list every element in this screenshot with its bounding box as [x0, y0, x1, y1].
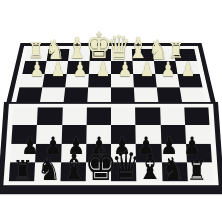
piece-white-pawn-e2[interactable]: ♟ — [96, 59, 111, 79]
piece-white-pawn-c2[interactable]: ♟ — [140, 59, 155, 79]
piece-white-pawn-a2[interactable]: ♟ — [181, 59, 196, 79]
piece-white-pawn-b2[interactable]: ♟ — [161, 59, 176, 79]
piece-black-knight-g8[interactable]: ♞ — [37, 153, 61, 185]
pieces-layer: ♜♞♝♚♛♝♞♜♟♟♟♟♟♟♟♟♟♟♟♟♟♟♟♟♜♞♝♚♛♝♞♜ — [0, 0, 222, 222]
piece-black-knight-b8[interactable]: ♞ — [161, 153, 185, 185]
piece-black-bishop-f8[interactable]: ♝ — [61, 150, 87, 185]
piece-white-pawn-d2[interactable]: ♟ — [118, 59, 133, 79]
piece-white-pawn-h2[interactable]: ♟ — [30, 59, 45, 79]
chess-set-photo: ♜♞♝♚♛♝♞♜♟♟♟♟♟♟♟♟♟♟♟♟♟♟♟♟♜♞♝♚♛♝♞♜ — [0, 0, 222, 222]
piece-black-bishop-c8[interactable]: ♝ — [137, 150, 163, 185]
piece-black-rook-a8[interactable]: ♜ — [187, 157, 207, 184]
piece-white-pawn-g2[interactable]: ♟ — [51, 59, 66, 79]
piece-black-rook-h8[interactable]: ♜ — [13, 157, 33, 184]
piece-white-pawn-f2[interactable]: ♟ — [73, 59, 88, 79]
